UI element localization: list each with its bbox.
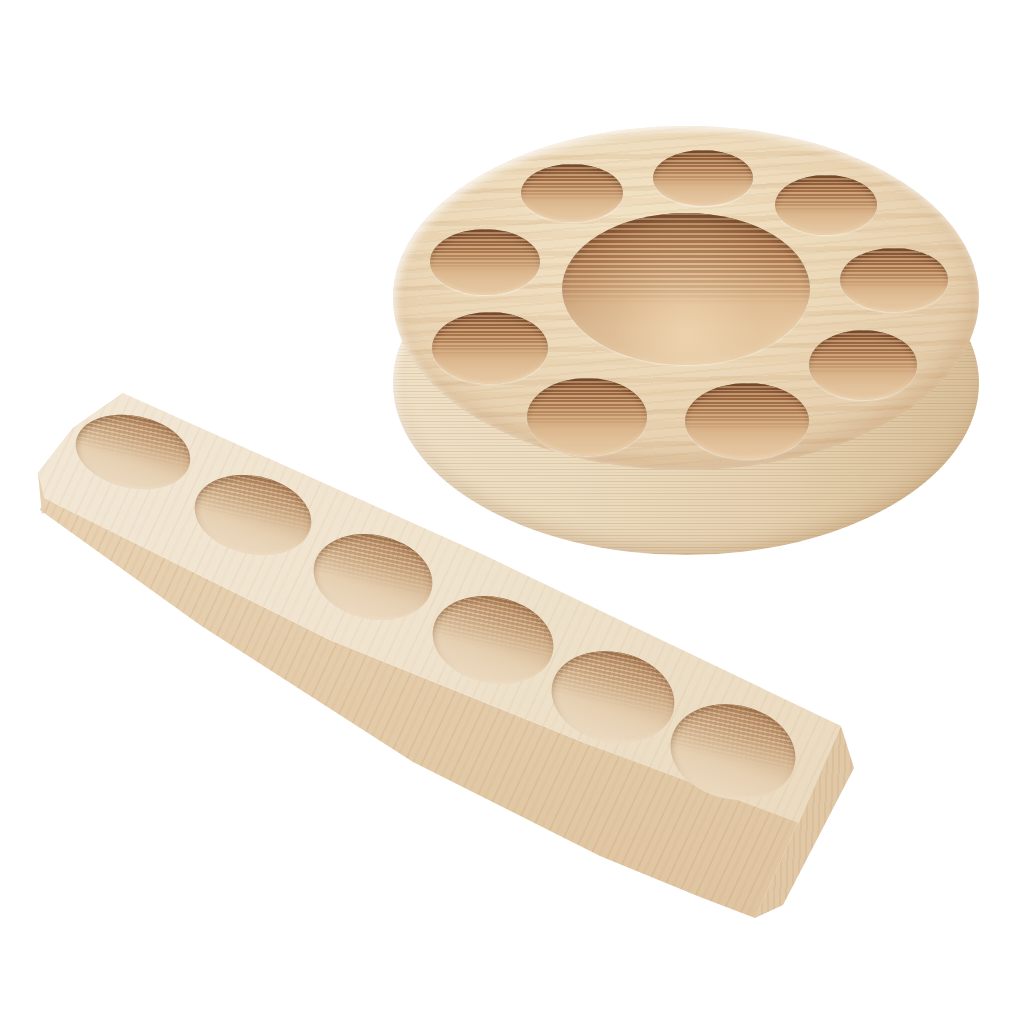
disc-bottle-hole-2 (653, 150, 753, 206)
disc-holes-layer (0, 0, 1024, 1024)
disc-center-recess (562, 213, 810, 365)
round-disc-rack (0, 0, 1024, 1024)
disc-bottle-hole-6 (685, 383, 809, 459)
wooden-oil-rack-scene (0, 0, 1024, 1024)
disc-bottle-hole-1 (521, 164, 623, 222)
disc-bottle-hole-8 (432, 312, 548, 384)
product-photo (0, 0, 1024, 1024)
disc-bottle-hole-5 (809, 330, 917, 400)
disc-bottle-hole-7 (527, 378, 647, 456)
disc-bottle-hole-9 (430, 229, 540, 295)
disc-bottle-hole-4 (840, 248, 948, 312)
disc-bottle-hole-3 (775, 175, 877, 235)
